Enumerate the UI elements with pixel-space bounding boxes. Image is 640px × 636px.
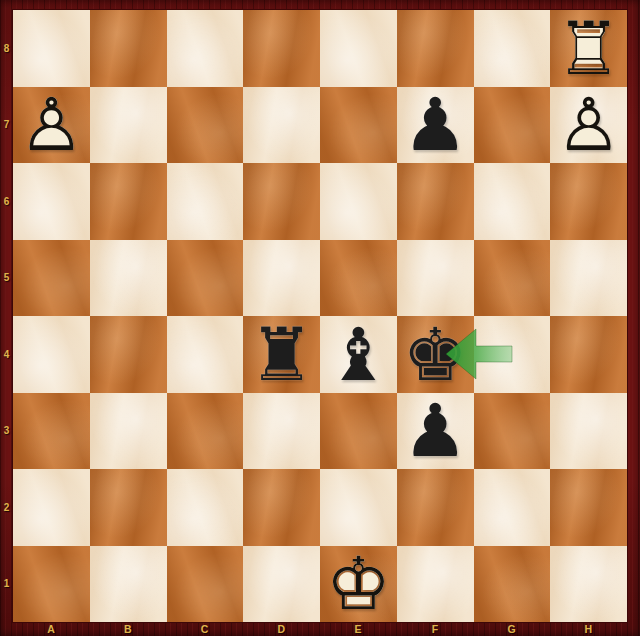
- piece-white-rook-h8[interactable]: ♜♖: [550, 10, 627, 87]
- square-b1[interactable]: [90, 546, 167, 623]
- square-c5[interactable]: [167, 240, 244, 317]
- square-h8[interactable]: ♜♖: [550, 10, 627, 87]
- square-b8[interactable]: [90, 10, 167, 87]
- square-g3[interactable]: [474, 393, 551, 470]
- square-a5[interactable]: [13, 240, 90, 317]
- square-h3[interactable]: [550, 393, 627, 470]
- square-a8[interactable]: [13, 10, 90, 87]
- square-c3[interactable]: [167, 393, 244, 470]
- rank-label-7: 7: [0, 87, 13, 164]
- square-b6[interactable]: [90, 163, 167, 240]
- piece-black-rook-d4[interactable]: ♜: [243, 316, 320, 393]
- file-label-c: C: [167, 621, 244, 636]
- white-king-outline-glyph: ♔: [320, 546, 397, 623]
- square-d4[interactable]: ♜: [243, 316, 320, 393]
- piece-white-pawn-h7[interactable]: ♟♙: [550, 87, 627, 164]
- file-label-g: G: [474, 621, 551, 636]
- square-h6[interactable]: [550, 163, 627, 240]
- piece-black-pawn-f7[interactable]: ♟: [397, 87, 474, 164]
- rank-label-6: 6: [0, 163, 13, 240]
- black-king-glyph: ♚: [397, 316, 474, 393]
- square-c8[interactable]: [167, 10, 244, 87]
- square-a3[interactable]: [13, 393, 90, 470]
- rank-label-2: 2: [0, 469, 13, 546]
- square-b5[interactable]: [90, 240, 167, 317]
- file-label-b: B: [90, 621, 167, 636]
- square-b3[interactable]: [90, 393, 167, 470]
- square-f8[interactable]: [397, 10, 474, 87]
- square-h1[interactable]: [550, 546, 627, 623]
- file-label-d: D: [243, 621, 320, 636]
- square-g1[interactable]: [474, 546, 551, 623]
- square-f2[interactable]: [397, 469, 474, 546]
- piece-black-bishop-e4[interactable]: ♝: [320, 316, 397, 393]
- square-a7[interactable]: ♟♙: [13, 87, 90, 164]
- square-h2[interactable]: [550, 469, 627, 546]
- square-f5[interactable]: [397, 240, 474, 317]
- square-b7[interactable]: [90, 87, 167, 164]
- square-d5[interactable]: [243, 240, 320, 317]
- square-f7[interactable]: ♟: [397, 87, 474, 164]
- square-e7[interactable]: [320, 87, 397, 164]
- black-pawn-glyph: ♟: [397, 393, 474, 470]
- square-d1[interactable]: [243, 546, 320, 623]
- square-c2[interactable]: [167, 469, 244, 546]
- square-g5[interactable]: [474, 240, 551, 317]
- rank-label-5: 5: [0, 240, 13, 317]
- square-g4[interactable]: [474, 316, 551, 393]
- square-g2[interactable]: [474, 469, 551, 546]
- rank-label-3: 3: [0, 393, 13, 470]
- square-c7[interactable]: [167, 87, 244, 164]
- black-rook-glyph: ♜: [243, 316, 320, 393]
- white-pawn-outline-glyph: ♙: [550, 87, 627, 164]
- square-e2[interactable]: [320, 469, 397, 546]
- square-d6[interactable]: [243, 163, 320, 240]
- square-h5[interactable]: [550, 240, 627, 317]
- square-c4[interactable]: [167, 316, 244, 393]
- chess-board-frame: ♜♖♟♙♟♟♙♜♝♚♟♚♔ 87654321ABCDEFGH: [0, 0, 640, 636]
- piece-black-king-f4[interactable]: ♚: [397, 316, 474, 393]
- square-d2[interactable]: [243, 469, 320, 546]
- square-f3[interactable]: ♟: [397, 393, 474, 470]
- square-g7[interactable]: [474, 87, 551, 164]
- square-a4[interactable]: [13, 316, 90, 393]
- chess-board: ♜♖♟♙♟♟♙♜♝♚♟♚♔: [13, 10, 627, 622]
- square-e3[interactable]: [320, 393, 397, 470]
- black-bishop-glyph: ♝: [320, 316, 397, 393]
- square-a6[interactable]: [13, 163, 90, 240]
- square-e8[interactable]: [320, 10, 397, 87]
- square-f6[interactable]: [397, 163, 474, 240]
- square-c1[interactable]: [167, 546, 244, 623]
- square-a1[interactable]: [13, 546, 90, 623]
- square-f4[interactable]: ♚: [397, 316, 474, 393]
- square-h4[interactable]: [550, 316, 627, 393]
- square-d3[interactable]: [243, 393, 320, 470]
- square-f1[interactable]: [397, 546, 474, 623]
- file-label-h: H: [550, 621, 627, 636]
- file-label-a: A: [13, 621, 90, 636]
- rank-label-8: 8: [0, 10, 13, 87]
- file-label-f: F: [397, 621, 474, 636]
- black-pawn-glyph: ♟: [397, 87, 474, 164]
- square-g6[interactable]: [474, 163, 551, 240]
- square-e6[interactable]: [320, 163, 397, 240]
- square-g8[interactable]: [474, 10, 551, 87]
- square-e5[interactable]: [320, 240, 397, 317]
- piece-white-king-e1[interactable]: ♚♔: [320, 546, 397, 623]
- rank-label-4: 4: [0, 316, 13, 393]
- square-d7[interactable]: [243, 87, 320, 164]
- square-h7[interactable]: ♟♙: [550, 87, 627, 164]
- square-b2[interactable]: [90, 469, 167, 546]
- file-label-e: E: [320, 621, 397, 636]
- piece-black-pawn-f3[interactable]: ♟: [397, 393, 474, 470]
- square-e1[interactable]: ♚♔: [320, 546, 397, 623]
- square-c6[interactable]: [167, 163, 244, 240]
- rank-label-1: 1: [0, 546, 13, 623]
- piece-white-pawn-a7[interactable]: ♟♙: [13, 87, 90, 164]
- square-e4[interactable]: ♝: [320, 316, 397, 393]
- square-b4[interactable]: [90, 316, 167, 393]
- white-rook-outline-glyph: ♖: [550, 10, 627, 87]
- square-a2[interactable]: [13, 469, 90, 546]
- square-d8[interactable]: [243, 10, 320, 87]
- white-pawn-outline-glyph: ♙: [13, 87, 90, 164]
